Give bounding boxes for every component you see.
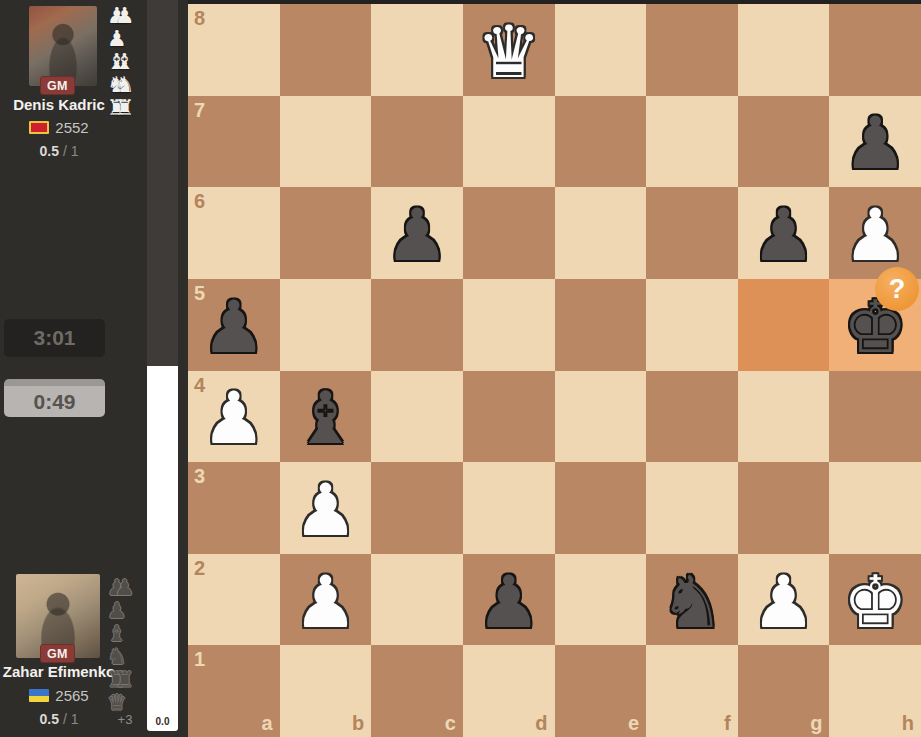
coord-file-f: f (724, 713, 731, 733)
coord-file-c: c (445, 713, 456, 733)
player-top-rating-row: 2552 (0, 119, 118, 136)
square-c8[interactable] (371, 4, 463, 96)
square-a8[interactable]: 8 (188, 4, 280, 96)
player-top-captured-pieces: ♟♟♟♝♝♞♞♜♜ (107, 4, 134, 119)
captured-piece-group: ♜♜ (107, 96, 134, 119)
piece-white-pawn[interactable]: ♟ (751, 566, 816, 638)
captured-piece-group: ♝ (107, 622, 134, 645)
piece-white-pawn[interactable]: ♟ (202, 382, 267, 454)
square-c5[interactable] (371, 279, 463, 371)
square-d7[interactable] (463, 96, 555, 188)
square-g4[interactable] (738, 371, 830, 463)
piece-white-pawn[interactable]: ♟ (293, 474, 358, 546)
player-bottom-rating-row: 2565 (0, 687, 118, 704)
square-e4[interactable] (555, 371, 647, 463)
square-g3[interactable] (738, 462, 830, 554)
piece-black-pawn[interactable]: ♟ (843, 107, 908, 179)
square-f7[interactable] (646, 96, 738, 188)
coord-file-a: a (262, 713, 273, 733)
captured-piece-group: ♟ (107, 27, 134, 50)
square-b5[interactable] (280, 279, 372, 371)
square-d4[interactable] (463, 371, 555, 463)
eval-bar: 0.0 (147, 0, 178, 731)
piece-black-pawn[interactable]: ♟ (202, 291, 267, 363)
square-c6[interactable]: ♟ (371, 187, 463, 279)
square-d5[interactable] (463, 279, 555, 371)
square-a4[interactable]: 4♟ (188, 371, 280, 463)
coord-rank-8: 8 (194, 8, 205, 28)
square-b8[interactable] (280, 4, 372, 96)
square-b3[interactable]: ♟ (280, 462, 372, 554)
square-g5[interactable] (738, 279, 830, 371)
square-h4[interactable] (829, 371, 921, 463)
piece-white-queen[interactable]: ♛ (476, 16, 541, 88)
square-h1[interactable]: h (829, 645, 921, 737)
square-f5[interactable] (646, 279, 738, 371)
chess-board: 8♛7♟6♟♟♟5♟♚4♟♝3♟2♟♟♞♟♚1abcdefgh (188, 0, 921, 737)
square-h6[interactable]: ♟ (829, 187, 921, 279)
captured-piece-group: ♟♟ (107, 576, 134, 599)
square-g2[interactable]: ♟ (738, 554, 830, 646)
square-b2[interactable]: ♟ (280, 554, 372, 646)
square-a7[interactable]: 7 (188, 96, 280, 188)
piece-black-pawn[interactable]: ♟ (385, 199, 450, 271)
square-h3[interactable] (829, 462, 921, 554)
square-h2[interactable]: ♚ (829, 554, 921, 646)
coord-file-e: e (628, 713, 639, 733)
piece-white-pawn[interactable]: ♟ (293, 566, 358, 638)
captured-piece-group: ♟ (107, 599, 134, 622)
clock-black: 3:01 (4, 319, 105, 357)
clock-white: 0:49 (4, 379, 105, 417)
player-top-score-value: 0.5 (39, 143, 58, 159)
coord-file-g: g (810, 713, 822, 733)
square-a3[interactable]: 3 (188, 462, 280, 554)
player-top-score-total: / 1 (63, 143, 79, 159)
square-d8[interactable]: ♛ (463, 4, 555, 96)
square-d1[interactable]: d (463, 645, 555, 737)
player-top-rating: 2552 (55, 119, 88, 136)
player-bottom-title-badge: GM (40, 644, 75, 663)
square-e8[interactable] (555, 4, 647, 96)
square-g1[interactable]: g (738, 645, 830, 737)
square-c3[interactable] (371, 462, 463, 554)
mistake-question-mark: ? (889, 274, 906, 305)
square-h8[interactable] (829, 4, 921, 96)
square-d2[interactable]: ♟ (463, 554, 555, 646)
piece-black-pawn[interactable]: ♟ (476, 566, 541, 638)
player-top-avatar[interactable] (29, 6, 97, 86)
square-a6[interactable]: 6 (188, 187, 280, 279)
square-a2[interactable]: 2 (188, 554, 280, 646)
ukraine-flag-icon (29, 689, 49, 702)
mistake-badge: ? (875, 267, 919, 311)
player-bottom-score: 0.5 / 1 (0, 711, 118, 727)
player-bottom-rating: 2565 (55, 687, 88, 704)
coord-file-d: d (535, 713, 547, 733)
piece-black-pawn[interactable]: ♟ (751, 199, 816, 271)
square-e2[interactable] (555, 554, 647, 646)
captured-piece-group: ♛ (107, 691, 134, 714)
square-f4[interactable] (646, 371, 738, 463)
square-c4[interactable] (371, 371, 463, 463)
left-panel: GM Denis Kadric 2552 0.5 / 1 ♟♟♟♝♝♞♞♜♜ 3… (0, 0, 148, 737)
coord-rank-2: 2 (194, 558, 205, 578)
square-a1[interactable]: 1a (188, 645, 280, 737)
player-bottom-score-value: 0.5 (39, 711, 58, 727)
square-g7[interactable] (738, 96, 830, 188)
material-advantage: +3 (107, 712, 143, 727)
eval-score: 0.0 (147, 716, 178, 727)
coord-rank-7: 7 (194, 100, 205, 120)
captured-piece-group: ♞♞ (107, 73, 134, 96)
square-f8[interactable] (646, 4, 738, 96)
square-e7[interactable] (555, 96, 647, 188)
montenegro-flag-icon (29, 121, 49, 134)
square-d6[interactable] (463, 187, 555, 279)
coord-file-h: h (902, 713, 914, 733)
square-f3[interactable] (646, 462, 738, 554)
square-g6[interactable]: ♟ (738, 187, 830, 279)
square-d3[interactable] (463, 462, 555, 554)
square-b7[interactable] (280, 96, 372, 188)
square-b6[interactable] (280, 187, 372, 279)
player-bottom-score-total: / 1 (63, 711, 79, 727)
captured-piece-group: ♞ (107, 645, 134, 668)
coord-file-b: b (352, 713, 364, 733)
piece-black-knight[interactable]: ♞ (660, 566, 725, 638)
captured-piece-group: ♟♟ (107, 4, 134, 27)
captured-piece-group: ♜♜ (107, 668, 134, 691)
coord-rank-1: 1 (194, 649, 205, 669)
square-a5[interactable]: 5♟ (188, 279, 280, 371)
piece-white-pawn[interactable]: ♟ (843, 199, 908, 271)
square-b1[interactable]: b (280, 645, 372, 737)
captured-piece-group: ♝♝ (107, 50, 134, 73)
square-c1[interactable]: c (371, 645, 463, 737)
square-f1[interactable]: f (646, 645, 738, 737)
square-c2[interactable] (371, 554, 463, 646)
piece-white-king[interactable]: ♚ (843, 566, 908, 638)
square-e5[interactable] (555, 279, 647, 371)
coord-rank-3: 3 (194, 466, 205, 486)
coord-rank-6: 6 (194, 191, 205, 211)
piece-black-bishop[interactable]: ♝ (293, 382, 358, 454)
square-b4[interactable]: ♝ (280, 371, 372, 463)
player-bottom-captured-pieces: ♟♟♟♝♞♜♜♛ (107, 576, 134, 714)
square-f2[interactable]: ♞ (646, 554, 738, 646)
square-c7[interactable] (371, 96, 463, 188)
player-top-name[interactable]: Denis Kadric (0, 96, 118, 113)
player-top-score: 0.5 / 1 (0, 143, 118, 159)
player-bottom-name[interactable]: Zahar Efimenko (0, 663, 118, 680)
player-top-title-badge: GM (40, 76, 75, 95)
eval-bar-black-part (147, 0, 178, 366)
square-e1[interactable]: e (555, 645, 647, 737)
square-e6[interactable] (555, 187, 647, 279)
square-g8[interactable] (738, 4, 830, 96)
square-e3[interactable] (555, 462, 647, 554)
square-f6[interactable] (646, 187, 738, 279)
square-h7[interactable]: ♟ (829, 96, 921, 188)
game-screen: GM Denis Kadric 2552 0.5 / 1 ♟♟♟♝♝♞♞♜♜ 3… (0, 0, 921, 737)
